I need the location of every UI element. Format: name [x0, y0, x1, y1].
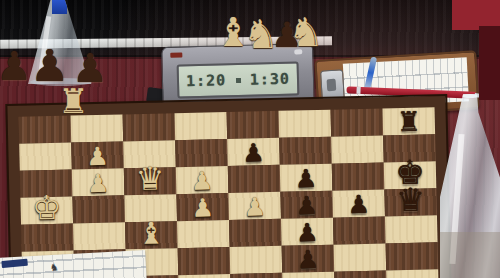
square-a4[interactable]	[175, 112, 228, 140]
square-e8[interactable]	[385, 215, 438, 243]
square-f4[interactable]	[178, 247, 231, 275]
captured-white-rook: ♜	[58, 84, 88, 118]
square-a7[interactable]	[331, 108, 384, 136]
clock-display: 1:20 1:30	[177, 61, 300, 98]
square-a3[interactable]	[123, 113, 176, 141]
flask-cap	[52, 0, 67, 14]
square-c6[interactable]: ♟	[280, 164, 333, 192]
pen-band	[356, 87, 360, 94]
square-b2[interactable]: ♟	[71, 141, 124, 169]
square-g6[interactable]	[282, 272, 335, 278]
square-c7[interactable]	[332, 162, 385, 190]
square-d8[interactable]: ♛	[384, 188, 437, 216]
square-f6[interactable]: ♟	[282, 245, 335, 273]
black-pawn: ♟	[280, 166, 333, 192]
square-e2[interactable]	[73, 222, 126, 250]
square-g4[interactable]	[178, 274, 231, 278]
square-c3[interactable]: ♛	[124, 167, 177, 195]
white-pawn: ♟	[176, 195, 229, 221]
square-d1[interactable]: ♚	[20, 197, 73, 225]
square-e1[interactable]	[21, 224, 74, 252]
square-d7[interactable]: ♟	[332, 189, 385, 217]
white-pawn: ♟	[72, 170, 125, 196]
square-e7[interactable]	[333, 216, 386, 244]
square-f7[interactable]	[334, 243, 387, 271]
square-d4[interactable]: ♟	[176, 193, 229, 221]
black-pawn: ♟	[281, 220, 334, 246]
square-g8[interactable]	[386, 269, 439, 278]
square-c4[interactable]: ♟	[176, 166, 229, 194]
white-pawn: ♟	[228, 194, 281, 220]
square-d3[interactable]	[124, 194, 177, 222]
square-e3[interactable]: ♝	[125, 221, 178, 249]
square-e6[interactable]: ♟	[281, 218, 334, 246]
bottle-rim	[462, 94, 478, 98]
clock-time-left: 1:20	[186, 71, 227, 90]
square-b1[interactable]	[19, 143, 72, 171]
black-pawn: ♟	[227, 140, 280, 166]
square-d2[interactable]	[72, 195, 125, 223]
captured-white-knight: ♞	[288, 12, 324, 52]
square-c1[interactable]	[20, 170, 73, 198]
red-curtain-edge	[479, 26, 500, 100]
clock-time-right: 1:30	[250, 70, 291, 89]
square-b8[interactable]	[383, 134, 436, 162]
clock-move-flag-icon	[235, 77, 240, 82]
square-e5[interactable]	[229, 219, 282, 247]
square-b5[interactable]: ♟	[227, 138, 280, 166]
square-c8[interactable]: ♚	[384, 161, 437, 189]
square-d6[interactable]: ♟	[280, 191, 333, 219]
square-f8[interactable]	[386, 242, 439, 270]
scoresheet-logo-knight-icon: ♞	[50, 263, 59, 273]
white-pawn: ♟	[71, 143, 124, 169]
square-f5[interactable]	[230, 246, 283, 274]
bottle-liquid	[440, 232, 500, 278]
square-g5[interactable]	[230, 273, 283, 278]
square-b3[interactable]	[123, 140, 176, 168]
square-a6[interactable]	[279, 110, 332, 138]
white-pawn: ♟	[176, 168, 229, 194]
square-c2[interactable]: ♟	[72, 168, 125, 196]
white-bishop: ♝	[125, 218, 178, 249]
square-d5[interactable]: ♟	[228, 192, 281, 220]
square-b6[interactable]	[279, 137, 332, 165]
square-c5[interactable]	[228, 165, 281, 193]
black-pawn: ♟	[280, 193, 333, 219]
square-g7[interactable]	[334, 270, 387, 278]
square-b4[interactable]	[175, 139, 228, 167]
black-rook: ♜	[383, 107, 436, 135]
black-pawn: ♟	[332, 191, 385, 217]
clock-brand-badge	[170, 52, 182, 57]
square-a5[interactable]	[227, 111, 280, 139]
captured-black-pawn: ♟	[0, 46, 32, 86]
square-a8[interactable]: ♜	[383, 107, 436, 135]
paper-print-mark	[1, 259, 28, 268]
chess-board: ♜♟♟♟♛♟♟♚♚♟♟♟♟♛♝♟♟	[7, 96, 450, 278]
water-bottle	[440, 94, 500, 278]
square-e4[interactable]	[177, 220, 230, 248]
square-b7[interactable]	[331, 135, 384, 163]
black-pawn: ♟	[282, 247, 335, 273]
